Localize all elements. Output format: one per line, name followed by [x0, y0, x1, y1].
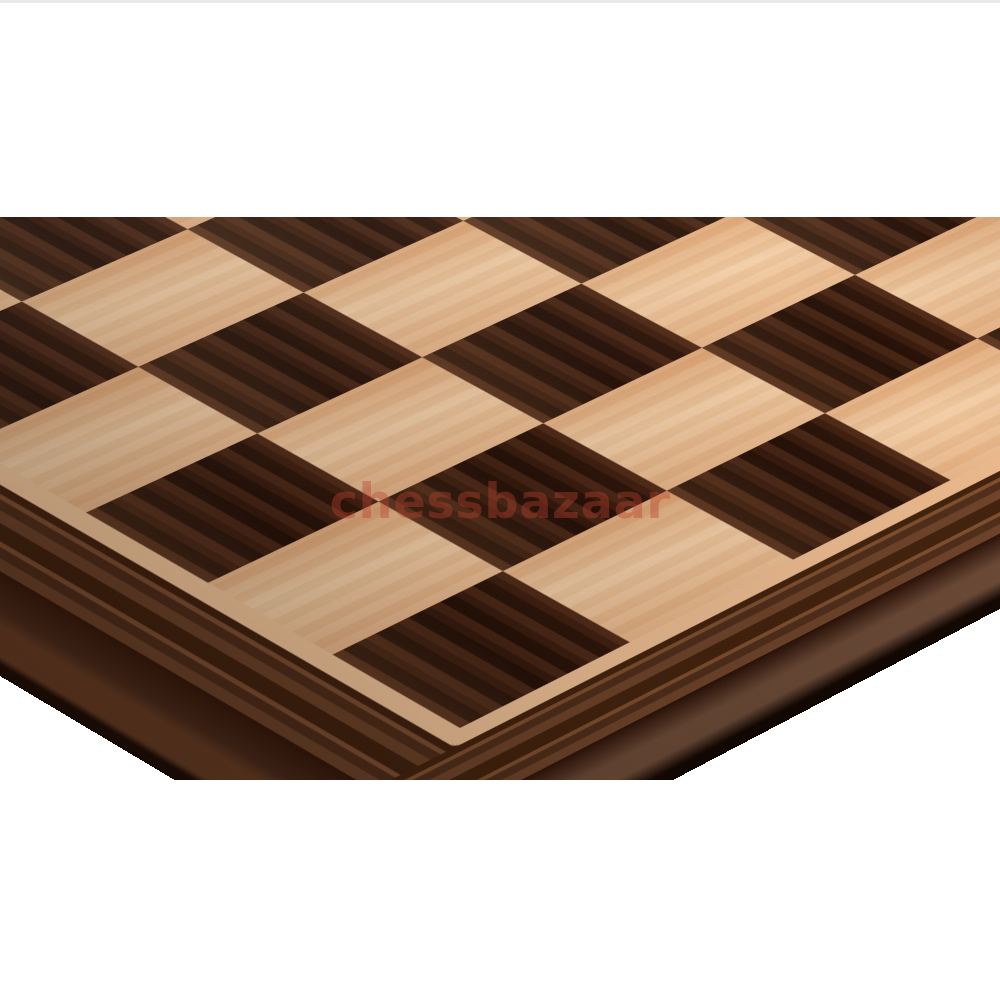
chess-board [0, 217, 1000, 780]
product-photo: chessbazaar [0, 0, 1000, 1000]
photo-strip [0, 217, 1000, 780]
image-top-border [0, 0, 1000, 3]
